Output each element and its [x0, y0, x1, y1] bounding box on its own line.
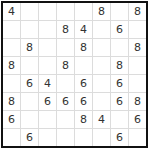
cell-r5c8[interactable] [129, 75, 146, 92]
cell-r2c8[interactable] [129, 21, 146, 38]
cell-r6c7[interactable]: 6 [111, 93, 128, 110]
cell-r3c5[interactable]: 8 [75, 39, 92, 56]
cell-r7c5[interactable]: 8 [75, 111, 92, 128]
cell-r8c7[interactable]: 6 [111, 129, 128, 146]
cell-r8c5[interactable] [75, 129, 92, 146]
cell-r5c2[interactable]: 6 [21, 75, 38, 92]
cell-r7c1[interactable]: 6 [3, 111, 20, 128]
cell-r2c6[interactable] [93, 21, 110, 38]
cell-r4c6[interactable] [93, 57, 110, 74]
cell-r1c1[interactable]: 4 [3, 3, 20, 20]
cell-r6c2[interactable] [21, 93, 38, 110]
cell-r2c2[interactable] [21, 21, 38, 38]
cell-r7c4[interactable] [57, 111, 74, 128]
cell-r2c5[interactable]: 4 [75, 21, 92, 38]
cell-r8c2[interactable]: 6 [21, 129, 38, 146]
cell-r5c3[interactable]: 4 [39, 75, 56, 92]
cell-r5c1[interactable] [3, 75, 20, 92]
cell-r1c2[interactable] [21, 3, 38, 20]
cell-r7c8[interactable]: 6 [129, 111, 146, 128]
cell-r7c6[interactable]: 4 [93, 111, 110, 128]
cell-r1c3[interactable] [39, 3, 56, 20]
cell-r5c7[interactable]: 6 [111, 75, 128, 92]
cell-r4c3[interactable] [39, 57, 56, 74]
cell-r2c7[interactable]: 6 [111, 21, 128, 38]
cell-r4c4[interactable]: 8 [57, 57, 74, 74]
cell-r1c8[interactable]: 8 [129, 3, 146, 20]
cell-r8c3[interactable] [39, 129, 56, 146]
cell-r1c6[interactable]: 8 [93, 3, 110, 20]
cell-r1c4[interactable] [57, 3, 74, 20]
cell-r2c1[interactable] [3, 21, 20, 38]
cell-r2c3[interactable] [39, 21, 56, 38]
cell-r5c6[interactable] [93, 75, 110, 92]
cell-r6c6[interactable] [93, 93, 110, 110]
cell-r6c3[interactable]: 6 [39, 93, 56, 110]
cell-r8c4[interactable] [57, 129, 74, 146]
cell-r3c4[interactable] [57, 39, 74, 56]
cell-r3c6[interactable] [93, 39, 110, 56]
puzzle-board: 4888468888886466866668684666 [1, 1, 148, 148]
cell-r5c4[interactable] [57, 75, 74, 92]
cell-r3c7[interactable] [111, 39, 128, 56]
cell-r8c6[interactable] [93, 129, 110, 146]
cell-r1c7[interactable] [111, 3, 128, 20]
cell-r4c5[interactable] [75, 57, 92, 74]
cell-r1c5[interactable] [75, 3, 92, 20]
cell-r3c2[interactable]: 8 [21, 39, 38, 56]
cell-r4c2[interactable] [21, 57, 38, 74]
cell-r4c8[interactable] [129, 57, 146, 74]
cell-r6c4[interactable]: 6 [57, 93, 74, 110]
cell-r4c1[interactable]: 8 [3, 57, 20, 74]
cell-r6c1[interactable]: 8 [3, 93, 20, 110]
cell-r8c1[interactable] [3, 129, 20, 146]
cell-r7c3[interactable] [39, 111, 56, 128]
cell-r6c8[interactable]: 8 [129, 93, 146, 110]
cell-r5c5[interactable]: 6 [75, 75, 92, 92]
cell-r7c2[interactable] [21, 111, 38, 128]
cell-r3c8[interactable]: 8 [129, 39, 146, 56]
cell-r3c3[interactable] [39, 39, 56, 56]
cell-r2c4[interactable]: 8 [57, 21, 74, 38]
cell-r3c1[interactable] [3, 39, 20, 56]
cell-r4c7[interactable]: 8 [111, 57, 128, 74]
cell-r8c8[interactable] [129, 129, 146, 146]
cell-r7c7[interactable] [111, 111, 128, 128]
cell-r6c5[interactable]: 6 [75, 93, 92, 110]
